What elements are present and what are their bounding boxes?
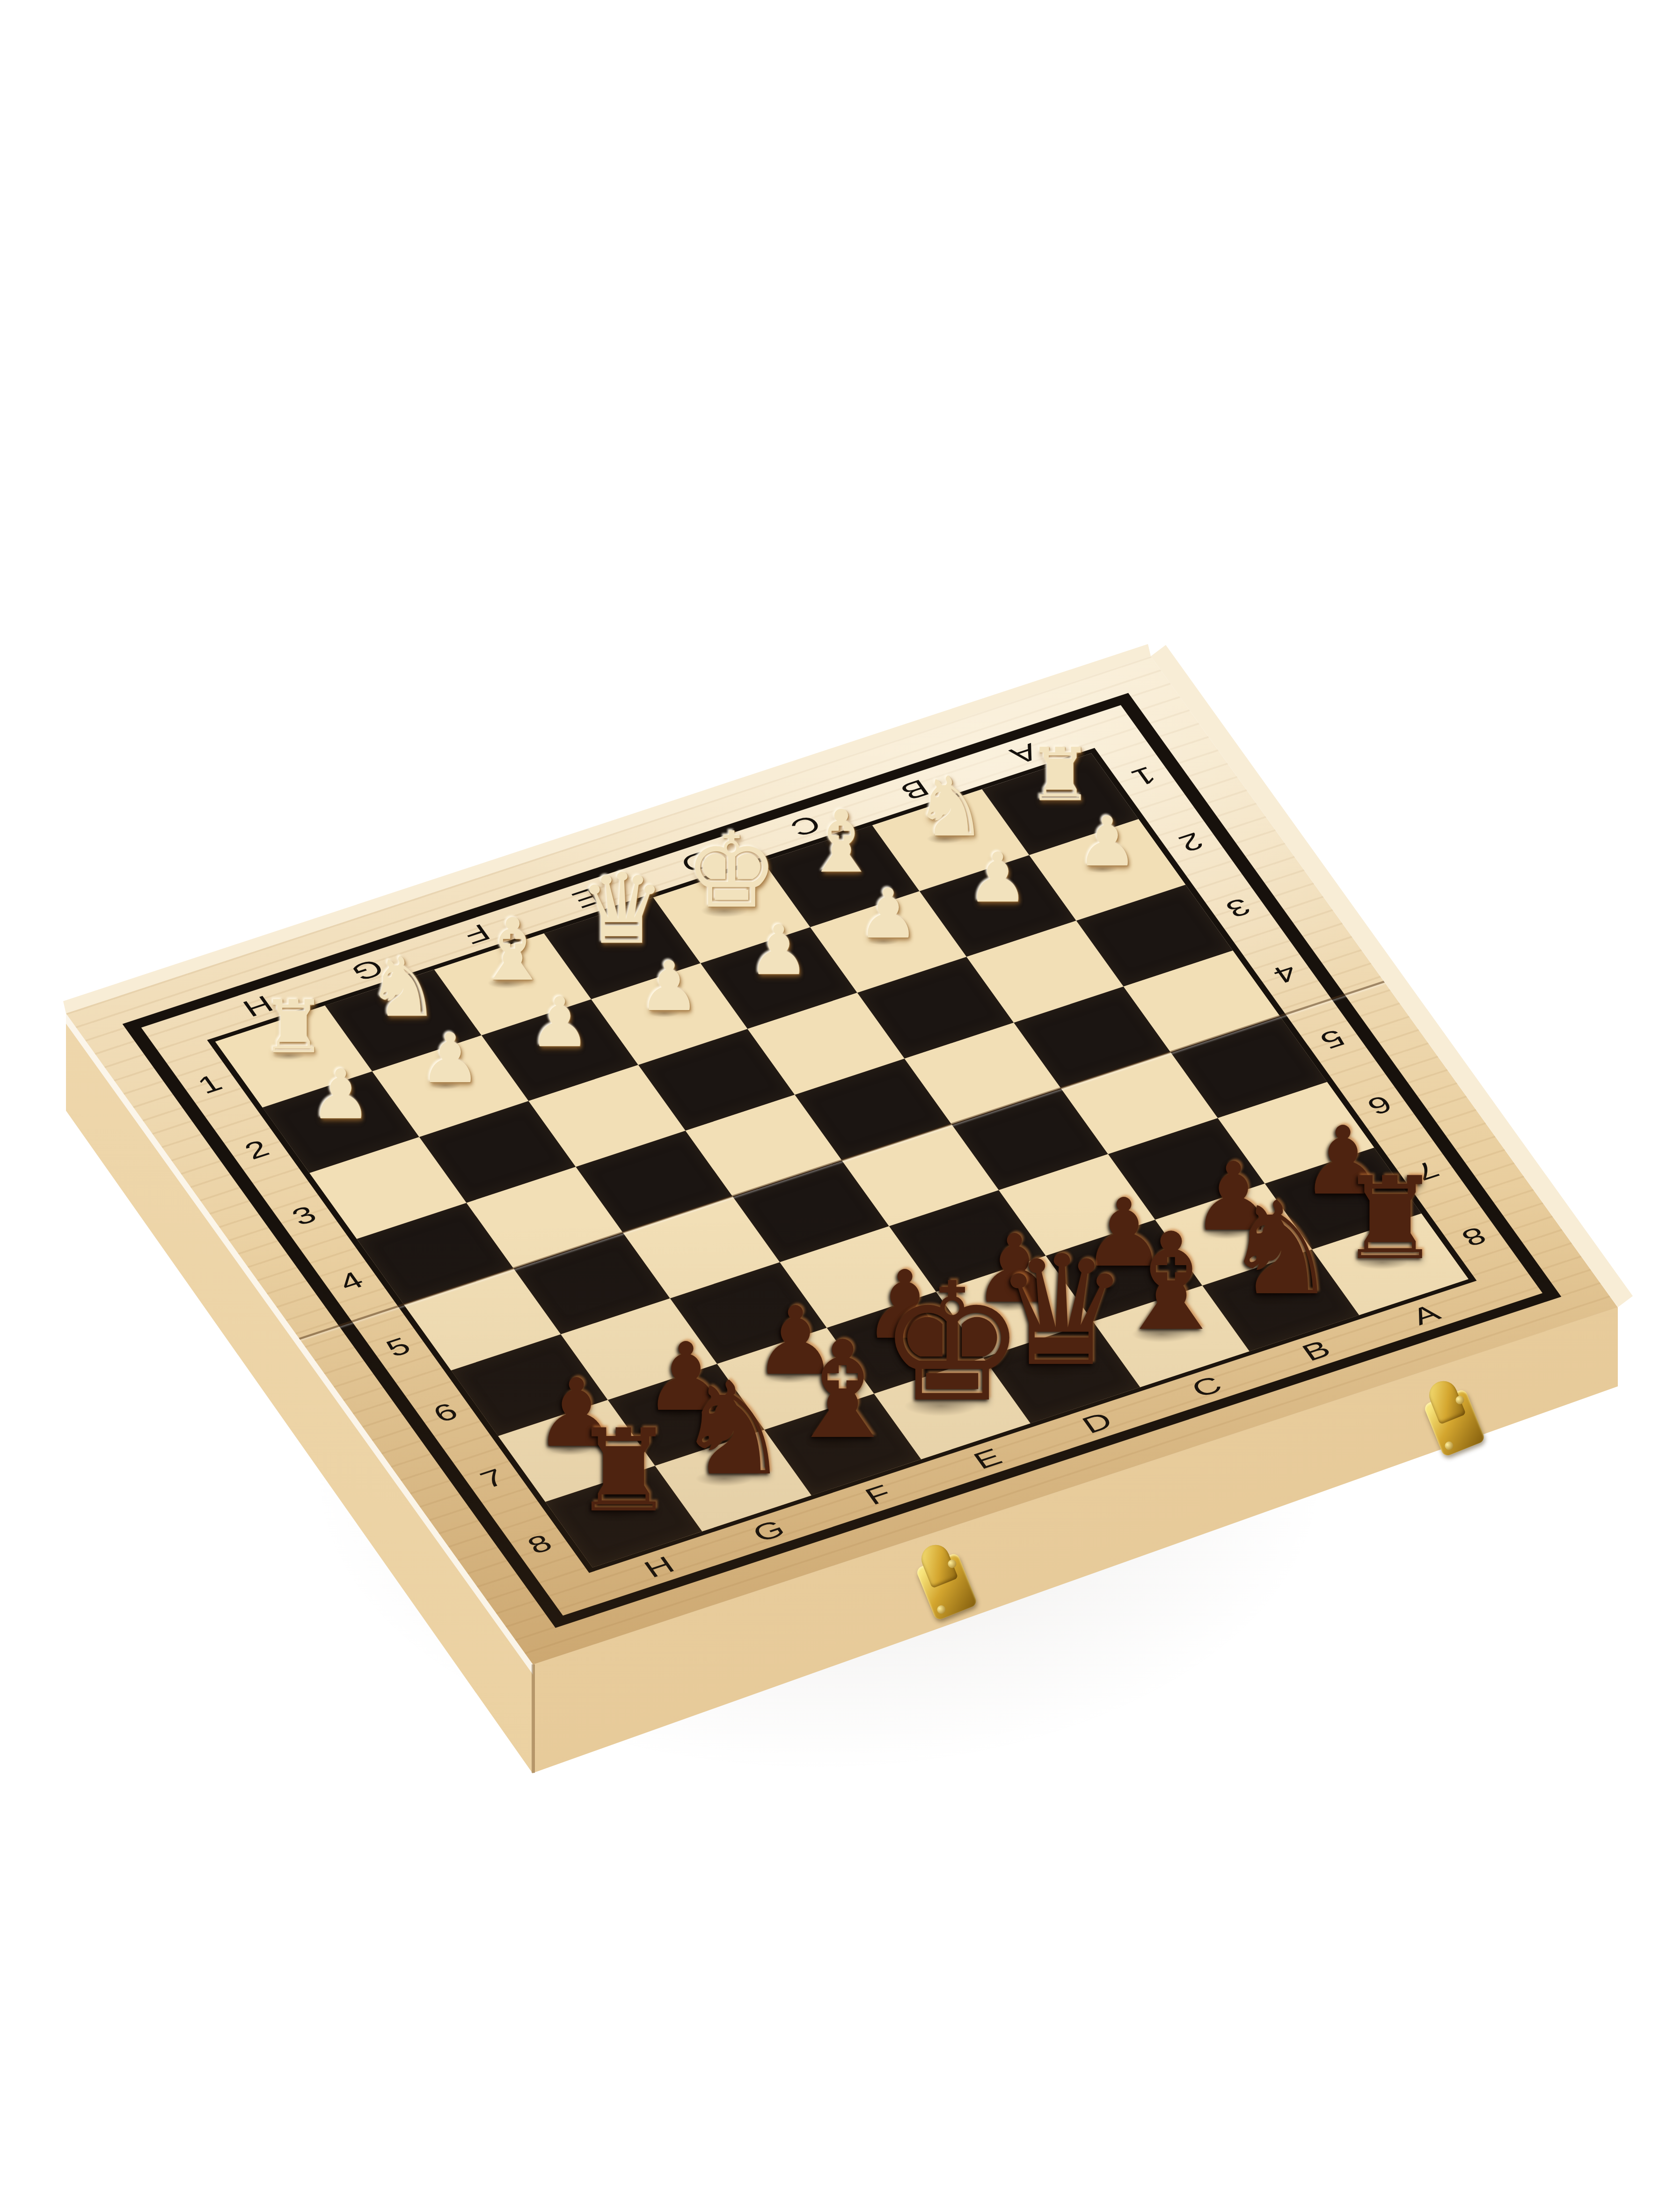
piece-white-pawn-h2[interactable]: ♟	[307, 1061, 375, 1129]
piece-white-bishop-f1[interactable]: ♝	[470, 907, 556, 993]
piece-white-pawn-f2[interactable]: ♟	[526, 989, 594, 1057]
piece-white-rook-h1[interactable]: ♜	[257, 991, 330, 1064]
piece-black-knight-g8[interactable]: ♞	[669, 1365, 797, 1494]
piece-white-king-d1[interactable]: ♚	[680, 818, 784, 923]
piece-white-pawn-d2[interactable]: ♟	[745, 916, 813, 985]
piece-white-queen-e1[interactable]: ♛	[574, 861, 671, 958]
piece-white-bishop-c1[interactable]: ♝	[798, 799, 884, 885]
piece-black-rook-h8[interactable]: ♜	[567, 1414, 680, 1528]
product-photo: HH11GG22FF33EE44DD55CC66BB77AA88 ♜♞♟♝♟♚♟…	[0, 0, 1659, 2212]
piece-white-pawn-a2[interactable]: ♟	[1073, 808, 1142, 877]
piece-white-pawn-e2[interactable]: ♟	[635, 952, 704, 1021]
latch-screw-icon	[936, 1604, 947, 1615]
latch-screw-icon	[1444, 1440, 1454, 1451]
piece-white-pawn-b2[interactable]: ♟	[964, 844, 1032, 913]
piece-white-rook-a1[interactable]: ♜	[1023, 739, 1096, 812]
piece-white-pawn-c2[interactable]: ♟	[854, 880, 923, 949]
piece-black-rook-a8[interactable]: ♜	[1333, 1162, 1447, 1275]
pieces-layer: ♜♞♟♝♟♚♟♛♟♝♟♞♟♜♟♟♟♟♜♟♞♟♝♟♛♟♚♟♝♟♞♜	[0, 0, 1659, 2212]
piece-white-pawn-g2[interactable]: ♟	[416, 1025, 485, 1093]
piece-white-knight-b1[interactable]: ♞	[909, 766, 992, 849]
piece-white-knight-g1[interactable]: ♞	[362, 946, 445, 1029]
